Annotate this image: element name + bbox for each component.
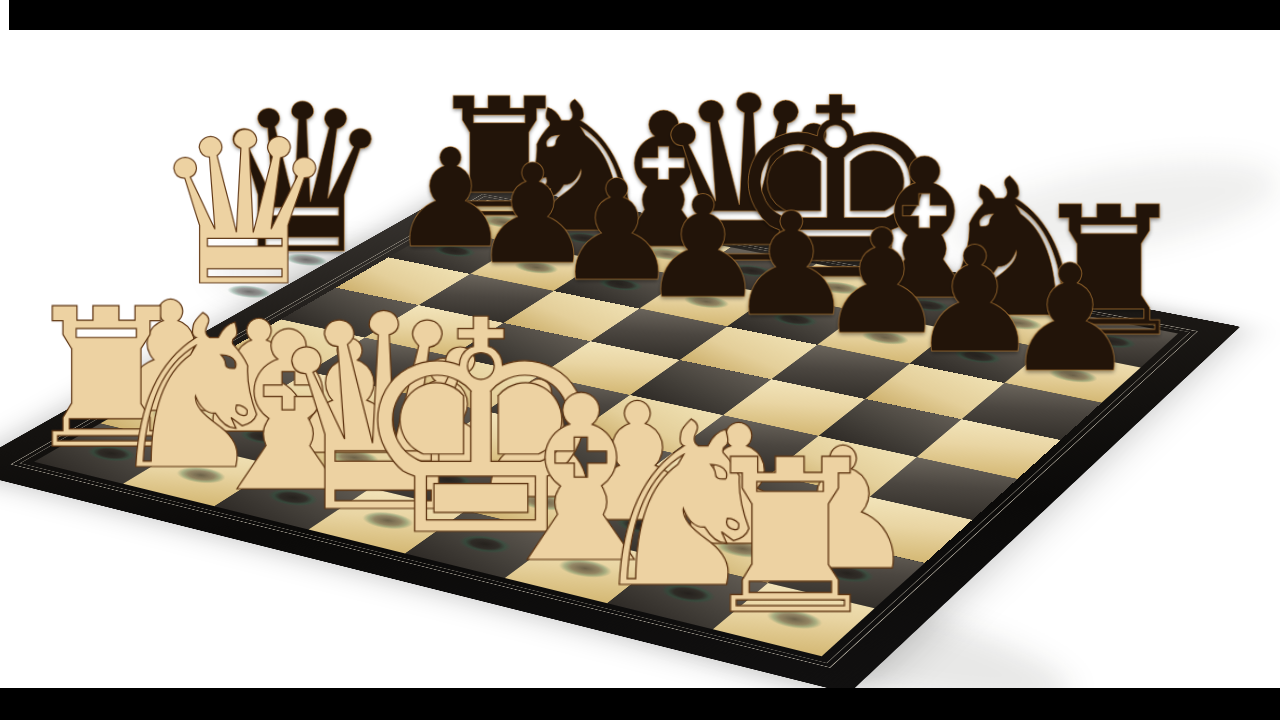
letterbox-bar-top xyxy=(9,0,1280,30)
product-photo-stage: ♜♞♝♛♚♝♞♜♟♟♟♟♟♟♟♟♟♟♟♟♟♟♟♟♜♞♝♛♚♝♞♜ ♛ ♛ xyxy=(0,0,1280,720)
board-grid: ♜♞♝♛♚♝♞♜♟♟♟♟♟♟♟♟♟♟♟♟♟♟♟♟♜♞♝♛♚♝♞♜ xyxy=(34,200,1178,656)
piece-black-pawn-h7[interactable]: ♟ xyxy=(921,259,1218,378)
square-h1[interactable]: ♜ xyxy=(713,583,875,656)
chess-board-scene: ♜♞♝♛♚♝♞♜♟♟♟♟♟♟♟♟♟♟♟♟♟♟♟♟♜♞♝♛♚♝♞♜ ♛ ♛ xyxy=(0,180,1240,693)
piece-white-rook-h1[interactable]: ♜ xyxy=(618,452,963,622)
square-h6[interactable] xyxy=(962,383,1102,440)
square-h7[interactable]: ♟ xyxy=(1004,348,1140,402)
letterbox-bar-bottom xyxy=(0,688,1280,720)
